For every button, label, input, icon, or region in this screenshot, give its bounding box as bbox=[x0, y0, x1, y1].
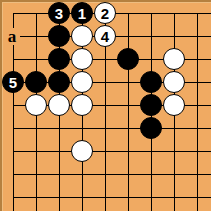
black-stone-move-1: 1 bbox=[71, 2, 93, 24]
white-stone bbox=[163, 71, 185, 93]
grid-line-horizontal bbox=[13, 128, 211, 129]
black-stone bbox=[48, 71, 70, 93]
white-stone bbox=[71, 94, 93, 116]
white-stone bbox=[71, 25, 93, 47]
grid-line-vertical bbox=[128, 13, 129, 211]
grid-line-vertical bbox=[197, 13, 198, 211]
white-stone bbox=[163, 48, 185, 70]
black-stone bbox=[48, 48, 70, 70]
black-stone bbox=[140, 71, 162, 93]
grid-line-horizontal bbox=[13, 197, 211, 198]
white-stone bbox=[71, 71, 93, 93]
black-stone-move-5: 5 bbox=[2, 71, 24, 93]
white-stone bbox=[48, 94, 70, 116]
point-label-a: a bbox=[4, 28, 20, 45]
go-board: a31245 bbox=[0, 0, 211, 211]
white-stone-move-2: 2 bbox=[94, 2, 116, 24]
black-stone bbox=[140, 94, 162, 116]
white-stone bbox=[25, 94, 47, 116]
black-stone bbox=[140, 117, 162, 139]
black-stone bbox=[25, 71, 47, 93]
black-stone-move-3: 3 bbox=[48, 2, 70, 24]
black-stone bbox=[117, 48, 139, 70]
white-stone-move-4: 4 bbox=[94, 25, 116, 47]
grid-line-horizontal bbox=[13, 151, 211, 152]
black-stone bbox=[48, 25, 70, 47]
grid-line-horizontal bbox=[13, 174, 211, 175]
white-stone bbox=[71, 140, 93, 162]
white-stone bbox=[71, 48, 93, 70]
white-stone bbox=[163, 94, 185, 116]
